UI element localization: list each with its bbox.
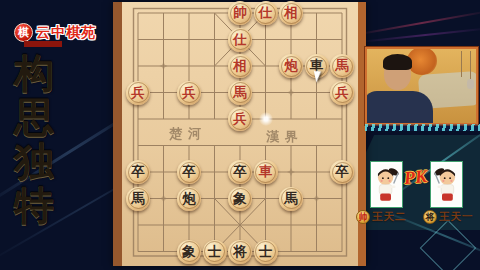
versus-pk-text: PK: [403, 166, 428, 189]
black-side-badge-icon: 将: [423, 210, 437, 224]
channel-name: 云中棋苑: [36, 24, 96, 42]
piece-red-仕[interactable]: 仕: [254, 1, 278, 25]
piece-red-炮[interactable]: 炮: [279, 54, 303, 78]
hanging-item: [467, 79, 474, 89]
piece-black-卒[interactable]: 卒: [126, 160, 150, 184]
vertical-slogan: 构 思 独 特: [12, 52, 56, 228]
player-right-nameplate: 将 王天一: [423, 210, 474, 224]
player-left-name: 王天二: [372, 210, 407, 224]
piece-red-仕[interactable]: 仕: [228, 28, 252, 52]
decorative-stripe-band: [365, 124, 480, 131]
piece-red-馬[interactable]: 馬: [330, 54, 354, 78]
player-right-name: 王天一: [439, 210, 474, 224]
piece-black-炮[interactable]: 炮: [177, 187, 201, 211]
channel-logo: 棋 云中棋苑: [14, 23, 96, 42]
piece-red-車[interactable]: 車: [254, 160, 278, 184]
piece-red-相[interactable]: 相: [228, 54, 252, 78]
piece-red-兵[interactable]: 兵: [228, 107, 252, 131]
piece-red-相[interactable]: 相: [279, 1, 303, 25]
piece-red-兵[interactable]: 兵: [177, 81, 201, 105]
streamer-torso: [365, 91, 433, 125]
piece-black-象[interactable]: 象: [228, 187, 252, 211]
piece-red-兵[interactable]: 兵: [126, 81, 150, 105]
streamer-hair: [383, 54, 412, 70]
slogan-char: 独: [12, 140, 56, 184]
piece-black-馬[interactable]: 馬: [279, 187, 303, 211]
piece-black-卒[interactable]: 卒: [177, 160, 201, 184]
avatar-illustration: [433, 164, 460, 205]
slogan-char: 构: [12, 52, 56, 96]
piece-layer: 帥仕相仕相炮車馬兵兵馬兵兵卒卒卒車卒馬炮象馬象士将士: [122, 2, 358, 266]
slogan-char: 特: [12, 184, 56, 228]
logo-seal-icon: 棋: [14, 23, 33, 42]
piece-black-士[interactable]: 士: [203, 240, 227, 264]
piece-red-兵[interactable]: 兵: [330, 81, 354, 105]
hanging-item: [461, 51, 462, 77]
avatar-illustration: [373, 164, 400, 205]
webcam-feed: [365, 47, 478, 125]
video-frame: 棋 云中棋苑 构 思 独 特 楚河 漢界 帥仕相仕相炮車馬兵兵馬兵兵卒卒卒車卒馬…: [0, 0, 480, 270]
piece-black-卒[interactable]: 卒: [228, 160, 252, 184]
hanging-item: [470, 51, 471, 81]
piece-black-卒[interactable]: 卒: [330, 160, 354, 184]
piece-black-将[interactable]: 将: [228, 240, 252, 264]
player-left-avatar: [371, 162, 402, 207]
logo-underline-bar: [24, 41, 62, 47]
piece-black-士[interactable]: 士: [254, 240, 278, 264]
slogan-char: 思: [12, 96, 56, 140]
piece-black-象[interactable]: 象: [177, 240, 201, 264]
piece-red-帥[interactable]: 帥: [228, 1, 252, 25]
player-right-avatar: [431, 162, 462, 207]
xiangqi-board[interactable]: 楚河 漢界 帥仕相仕相炮車馬兵兵馬兵兵卒卒卒車卒馬炮象馬象士将士: [113, 2, 366, 266]
last-move-indicator: [259, 112, 273, 126]
red-side-badge-icon: 帅: [356, 210, 370, 224]
player-left-nameplate: 帅 王天二: [356, 210, 407, 224]
piece-red-馬[interactable]: 馬: [228, 81, 252, 105]
piece-black-馬[interactable]: 馬: [126, 187, 150, 211]
